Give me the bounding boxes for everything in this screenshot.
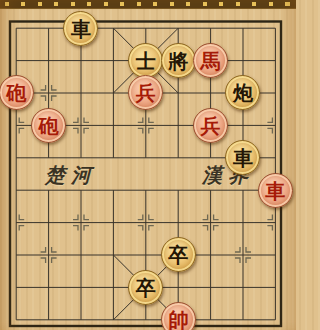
piece-red-horse[interactable]: 馬	[193, 43, 228, 78]
piece-red-cannon-a[interactable]: 砲	[0, 75, 34, 110]
piece-black-chariot-b[interactable]: 車	[225, 140, 260, 175]
xiangqi-game-screen: { "game": "xiangqi", "position": { "fen"…	[0, 0, 296, 330]
piece-red-soldier-b[interactable]: 兵	[193, 108, 228, 143]
piece-black-general[interactable]: 將	[161, 43, 196, 78]
piece-black-advisor[interactable]: 士	[128, 43, 163, 78]
piece-black-soldier-b[interactable]: 卒	[128, 270, 163, 305]
piece-red-general[interactable]: 帥	[161, 302, 196, 330]
piece-black-cannon[interactable]: 炮	[225, 75, 260, 110]
piece-black-chariot[interactable]: 車	[63, 11, 98, 46]
piece-red-cannon-b[interactable]: 砲	[31, 108, 66, 143]
piece-black-soldier-a[interactable]: 卒	[161, 237, 196, 272]
piece-red-soldier-a[interactable]: 兵	[128, 75, 163, 110]
piece-red-chariot[interactable]: 車	[258, 173, 293, 208]
board-pieces-layer[interactable]: 車士將馬砲兵炮砲兵車車卒卒帥	[0, 12, 292, 330]
